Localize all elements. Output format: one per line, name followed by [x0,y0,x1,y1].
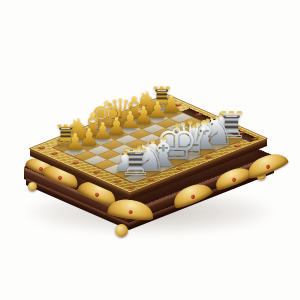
piece-silver-rook-h1: ♜ [119,145,152,182]
pieces-layer: ♜♞♝♛♚♝♞♜♟♟♟♟♟♟♟♟♟♟♟♟♟♟♟♟♜♞♝♛♚♝♞♜ [0,0,300,300]
product-photo-stage: ♜♞♝♛♚♝♞♜♟♟♟♟♟♟♟♟♟♟♟♟♟♟♟♟♜♞♝♛♚♝♞♜ Luxury … [0,0,300,300]
piece-gold-pawn-h7: ♟ [65,130,86,153]
